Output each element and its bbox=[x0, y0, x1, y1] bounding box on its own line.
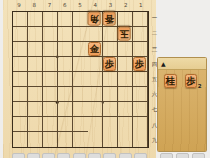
board-cell-18[interactable] bbox=[133, 117, 148, 132]
board-cell-34[interactable]: 歩 bbox=[103, 57, 118, 72]
hand-piece-count: 2 bbox=[198, 83, 202, 89]
palette-tile[interactable] bbox=[73, 153, 86, 159]
board-cell-51[interactable] bbox=[73, 12, 88, 27]
board-cell-45[interactable] bbox=[88, 72, 103, 87]
board-cell-22[interactable]: 玉 bbox=[118, 27, 133, 42]
palette-tile[interactable] bbox=[57, 153, 70, 159]
board-cell-82[interactable] bbox=[28, 27, 43, 42]
piece-glyph: 桂 bbox=[166, 76, 176, 86]
file-label: 8 bbox=[27, 1, 42, 9]
board-cell-92[interactable] bbox=[13, 27, 28, 42]
shogi-board-grid: 角香玉金歩歩 bbox=[12, 11, 149, 148]
board-cell-81[interactable] bbox=[28, 12, 43, 27]
board-cell-95[interactable] bbox=[13, 72, 28, 87]
board-cell-78[interactable] bbox=[43, 117, 58, 132]
board-cell-86[interactable] bbox=[28, 87, 43, 102]
board-cell-16[interactable] bbox=[133, 87, 148, 102]
palette-tile[interactable] bbox=[103, 153, 116, 159]
board-cell-88[interactable] bbox=[28, 117, 43, 132]
board-cell-12[interactable] bbox=[133, 27, 148, 42]
board-cell-42[interactable] bbox=[88, 27, 103, 42]
piece-glyph: 歩 bbox=[186, 76, 196, 86]
board-cell-57[interactable] bbox=[73, 102, 88, 117]
board-cell-14[interactable]: 歩 bbox=[133, 57, 148, 72]
board-cell-52[interactable] bbox=[73, 27, 88, 42]
file-label: 7 bbox=[42, 1, 57, 9]
board-cell-87[interactable] bbox=[28, 102, 43, 117]
board-cell-65[interactable] bbox=[58, 72, 73, 87]
board-cell-61[interactable] bbox=[58, 12, 73, 27]
board-cell-91[interactable] bbox=[13, 12, 28, 27]
board-cell-58[interactable] bbox=[73, 117, 88, 132]
board-cell-67[interactable] bbox=[58, 102, 73, 117]
board-cell-41[interactable]: 角 bbox=[88, 12, 103, 27]
board-cell-93[interactable] bbox=[13, 42, 28, 57]
rank-label: 二 bbox=[150, 26, 159, 41]
file-label: 1 bbox=[133, 1, 148, 9]
board-cell-75[interactable] bbox=[43, 72, 58, 87]
board-cell-13[interactable] bbox=[133, 42, 148, 57]
hand-slot: 歩2 bbox=[185, 74, 198, 88]
board-cell-32[interactable] bbox=[103, 27, 118, 42]
board-cell-36[interactable] bbox=[103, 87, 118, 102]
komadai-header: ▲ bbox=[158, 58, 206, 70]
board-cell-84[interactable] bbox=[28, 57, 43, 72]
palette-tile[interactable] bbox=[88, 153, 101, 159]
palette-tile[interactable] bbox=[160, 153, 173, 159]
hand-slot: 桂 bbox=[164, 74, 177, 88]
piece-glyph: 香 bbox=[105, 14, 115, 24]
file-label: 9 bbox=[12, 1, 27, 9]
piece-gote-角[interactable]: 角 bbox=[88, 12, 101, 26]
piece-glyph: 角 bbox=[90, 14, 100, 24]
board-cell-85[interactable] bbox=[28, 72, 43, 87]
piece-sente-金[interactable]: 金 bbox=[88, 42, 101, 56]
palette-tile[interactable] bbox=[192, 153, 205, 159]
board-cell-53[interactable] bbox=[73, 42, 88, 57]
board-cell-96[interactable] bbox=[13, 87, 28, 102]
rank-label: 一 bbox=[150, 11, 159, 26]
board-cell-27[interactable] bbox=[118, 102, 133, 117]
board-cell-35[interactable] bbox=[103, 72, 118, 87]
board-cell-21[interactable] bbox=[118, 12, 133, 27]
file-label: 3 bbox=[103, 1, 118, 9]
board-cell-79[interactable] bbox=[43, 132, 58, 147]
board-cell-74[interactable] bbox=[43, 57, 58, 72]
piece-glyph: 歩 bbox=[105, 59, 115, 69]
board-cell-17[interactable] bbox=[133, 102, 148, 117]
board-cell-37[interactable] bbox=[103, 102, 118, 117]
board-cell-71[interactable] bbox=[43, 12, 58, 27]
board-cell-39[interactable] bbox=[103, 132, 118, 147]
palette-tile[interactable] bbox=[176, 153, 189, 159]
board-cell-77[interactable] bbox=[43, 102, 58, 117]
board-cell-31[interactable]: 香 bbox=[103, 12, 118, 27]
board-cell-46[interactable] bbox=[88, 87, 103, 102]
board-cell-26[interactable] bbox=[118, 87, 133, 102]
board-cell-94[interactable] bbox=[13, 57, 28, 72]
board-cell-11[interactable] bbox=[133, 12, 148, 27]
board-cell-47[interactable] bbox=[88, 102, 103, 117]
piece-sente-歩[interactable]: 歩 bbox=[133, 57, 146, 71]
palette-tile[interactable] bbox=[42, 153, 55, 159]
file-label: 6 bbox=[57, 1, 72, 9]
board-cell-56[interactable] bbox=[73, 87, 88, 102]
palette-tile[interactable] bbox=[27, 153, 40, 159]
board-cell-54[interactable] bbox=[73, 57, 88, 72]
board-cell-19[interactable] bbox=[133, 132, 148, 147]
board-cell-23[interactable] bbox=[118, 42, 133, 57]
palette-tile[interactable] bbox=[12, 153, 25, 159]
board-cell-72[interactable] bbox=[43, 27, 58, 42]
board-cell-98[interactable] bbox=[13, 117, 28, 132]
piece-glyph: 歩 bbox=[135, 59, 145, 69]
piece-glyph: 玉 bbox=[120, 29, 130, 39]
shogi-board-panel: 987654321 一二三四五六七八九 角香玉金歩歩 bbox=[3, 0, 156, 158]
palette-tile[interactable] bbox=[119, 153, 132, 159]
file-label: 4 bbox=[88, 1, 103, 9]
board-cell-89[interactable] bbox=[28, 132, 43, 147]
board-cell-76[interactable] bbox=[43, 87, 58, 102]
piece-gote-香[interactable]: 香 bbox=[103, 12, 116, 26]
piece-sente-歩[interactable]: 歩 bbox=[103, 57, 116, 71]
board-cell-69[interactable] bbox=[58, 132, 73, 147]
file-label: 2 bbox=[118, 1, 133, 9]
sente-marker-icon: ▲ bbox=[161, 59, 166, 69]
board-cell-43[interactable]: 金 bbox=[88, 42, 103, 57]
file-coordinates: 987654321 bbox=[12, 1, 149, 9]
board-cell-62[interactable] bbox=[58, 27, 73, 42]
board-cell-97[interactable] bbox=[13, 102, 28, 117]
board-cell-59[interactable] bbox=[73, 132, 88, 147]
board-cell-33[interactable] bbox=[103, 42, 118, 57]
board-cell-38[interactable] bbox=[103, 117, 118, 132]
board-cell-68[interactable] bbox=[58, 117, 73, 132]
tsume-shogi-app: 987654321 一二三四五六七八九 角香玉金歩歩 ▲ 桂歩2 bbox=[0, 0, 210, 158]
board-cell-64[interactable] bbox=[58, 57, 73, 72]
hand-pieces-area: 桂歩2 bbox=[158, 72, 206, 88]
board-cell-29[interactable] bbox=[118, 132, 133, 147]
board-cell-63[interactable] bbox=[58, 42, 73, 57]
board-cell-28[interactable] bbox=[118, 117, 133, 132]
board-cell-49[interactable] bbox=[88, 132, 103, 147]
komadai-sente: ▲ 桂歩2 bbox=[157, 57, 207, 152]
board-cell-55[interactable] bbox=[73, 72, 88, 87]
piece-gote-玉[interactable]: 玉 bbox=[118, 27, 131, 41]
board-cell-48[interactable] bbox=[88, 117, 103, 132]
hand-piece-sente-歩[interactable]: 歩 bbox=[185, 74, 198, 88]
palette-tile[interactable] bbox=[134, 153, 147, 159]
board-cell-66[interactable] bbox=[58, 87, 73, 102]
board-cell-83[interactable] bbox=[28, 42, 43, 57]
board-cell-24[interactable] bbox=[118, 57, 133, 72]
board-cell-15[interactable] bbox=[133, 72, 148, 87]
board-cell-99[interactable] bbox=[13, 132, 28, 147]
board-cell-25[interactable] bbox=[118, 72, 133, 87]
piece-glyph: 金 bbox=[90, 44, 100, 54]
hand-piece-sente-桂[interactable]: 桂 bbox=[164, 74, 177, 88]
board-cell-73[interactable] bbox=[43, 42, 58, 57]
rank-label: 三 bbox=[150, 41, 159, 56]
file-label: 5 bbox=[72, 1, 87, 9]
board-cell-44[interactable] bbox=[88, 57, 103, 72]
